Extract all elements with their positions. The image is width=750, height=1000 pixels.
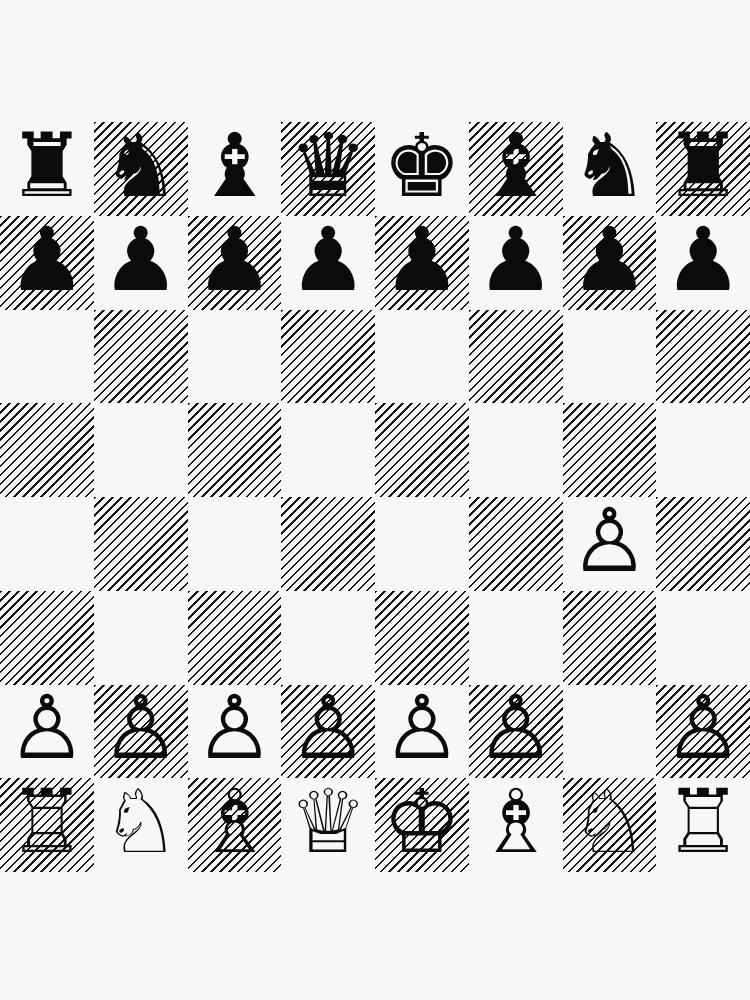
square-g1[interactable]: ♘ <box>563 778 657 872</box>
black-pawn: ♟ <box>101 216 180 304</box>
square-b4[interactable] <box>94 497 188 591</box>
square-b5[interactable] <box>94 403 188 497</box>
square-h1[interactable]: ♖ <box>656 778 750 872</box>
square-b7[interactable]: ♟ <box>94 216 188 310</box>
black-rook: ♜ <box>7 122 86 210</box>
square-g7[interactable]: ♟ <box>563 216 657 310</box>
white-rook: ♖ <box>664 778 743 866</box>
square-a5[interactable] <box>0 403 94 497</box>
square-g6[interactable] <box>563 310 657 404</box>
square-b2[interactable]: ♙ <box>94 685 188 779</box>
square-g4[interactable]: ♙ <box>563 497 657 591</box>
square-c4[interactable] <box>188 497 282 591</box>
black-queen: ♛ <box>289 122 368 210</box>
black-bishop: ♝ <box>476 122 555 210</box>
square-e4[interactable] <box>375 497 469 591</box>
square-a3[interactable] <box>0 591 94 685</box>
square-c5[interactable] <box>188 403 282 497</box>
square-e1[interactable]: ♔ <box>375 778 469 872</box>
square-c3[interactable] <box>188 591 282 685</box>
square-c7[interactable]: ♟ <box>188 216 282 310</box>
black-king: ♚ <box>382 122 461 210</box>
square-a6[interactable] <box>0 310 94 404</box>
white-pawn: ♙ <box>195 684 274 772</box>
white-pawn: ♙ <box>289 684 368 772</box>
white-pawn: ♙ <box>382 684 461 772</box>
square-f6[interactable] <box>469 310 563 404</box>
square-d6[interactable] <box>281 310 375 404</box>
white-bishop: ♗ <box>195 778 274 866</box>
chess-board: ♜♞♝♛♚♝♞♜♟♟♟♟♟♟♟♟♙♙♙♙♙♙♙♙♖♘♗♕♔♗♘♖ <box>0 122 750 872</box>
square-h8[interactable]: ♜ <box>656 122 750 216</box>
black-pawn: ♟ <box>7 216 86 304</box>
square-f8[interactable]: ♝ <box>469 122 563 216</box>
square-b1[interactable]: ♘ <box>94 778 188 872</box>
square-d5[interactable] <box>281 403 375 497</box>
square-g2[interactable] <box>563 685 657 779</box>
black-pawn: ♟ <box>195 216 274 304</box>
black-bishop: ♝ <box>195 122 274 210</box>
square-g3[interactable] <box>563 591 657 685</box>
square-c2[interactable]: ♙ <box>188 685 282 779</box>
square-h3[interactable] <box>656 591 750 685</box>
white-pawn: ♙ <box>7 684 86 772</box>
white-pawn: ♙ <box>664 684 743 772</box>
black-knight: ♞ <box>101 122 180 210</box>
square-a4[interactable] <box>0 497 94 591</box>
white-king: ♔ <box>382 778 461 866</box>
black-pawn: ♟ <box>570 216 649 304</box>
square-d8[interactable]: ♛ <box>281 122 375 216</box>
square-h5[interactable] <box>656 403 750 497</box>
square-e3[interactable] <box>375 591 469 685</box>
square-a8[interactable]: ♜ <box>0 122 94 216</box>
square-f1[interactable]: ♗ <box>469 778 563 872</box>
square-f4[interactable] <box>469 497 563 591</box>
square-a7[interactable]: ♟ <box>0 216 94 310</box>
square-d7[interactable]: ♟ <box>281 216 375 310</box>
square-f7[interactable]: ♟ <box>469 216 563 310</box>
square-c6[interactable] <box>188 310 282 404</box>
square-g8[interactable]: ♞ <box>563 122 657 216</box>
square-h7[interactable]: ♟ <box>656 216 750 310</box>
black-pawn: ♟ <box>664 216 743 304</box>
square-c8[interactable]: ♝ <box>188 122 282 216</box>
square-c1[interactable]: ♗ <box>188 778 282 872</box>
square-e7[interactable]: ♟ <box>375 216 469 310</box>
black-pawn: ♟ <box>476 216 555 304</box>
square-e2[interactable]: ♙ <box>375 685 469 779</box>
square-d4[interactable] <box>281 497 375 591</box>
page-background: ♜♞♝♛♚♝♞♜♟♟♟♟♟♟♟♟♙♙♙♙♙♙♙♙♖♘♗♕♔♗♘♖ <box>0 0 750 1000</box>
black-rook: ♜ <box>664 122 743 210</box>
white-pawn: ♙ <box>101 684 180 772</box>
square-e5[interactable] <box>375 403 469 497</box>
square-f2[interactable]: ♙ <box>469 685 563 779</box>
black-pawn: ♟ <box>382 216 461 304</box>
square-d1[interactable]: ♕ <box>281 778 375 872</box>
white-bishop: ♗ <box>476 778 555 866</box>
square-h4[interactable] <box>656 497 750 591</box>
square-f5[interactable] <box>469 403 563 497</box>
square-b3[interactable] <box>94 591 188 685</box>
white-knight: ♘ <box>570 778 649 866</box>
black-pawn: ♟ <box>289 216 368 304</box>
square-h2[interactable]: ♙ <box>656 685 750 779</box>
square-f3[interactable] <box>469 591 563 685</box>
square-b6[interactable] <box>94 310 188 404</box>
white-knight: ♘ <box>101 778 180 866</box>
square-a2[interactable]: ♙ <box>0 685 94 779</box>
square-b8[interactable]: ♞ <box>94 122 188 216</box>
square-a1[interactable]: ♖ <box>0 778 94 872</box>
white-rook: ♖ <box>7 778 86 866</box>
white-pawn: ♙ <box>570 497 649 585</box>
white-queen: ♕ <box>289 778 368 866</box>
square-d3[interactable] <box>281 591 375 685</box>
square-e8[interactable]: ♚ <box>375 122 469 216</box>
square-h6[interactable] <box>656 310 750 404</box>
black-knight: ♞ <box>570 122 649 210</box>
square-g5[interactable] <box>563 403 657 497</box>
square-d2[interactable]: ♙ <box>281 685 375 779</box>
white-pawn: ♙ <box>476 684 555 772</box>
square-e6[interactable] <box>375 310 469 404</box>
